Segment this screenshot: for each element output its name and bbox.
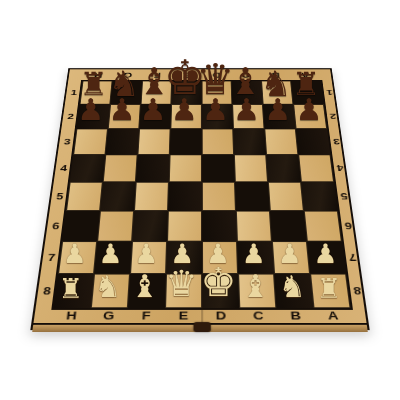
square-d1 [202,81,233,104]
square-g1 [110,81,142,104]
square-a8 [310,274,351,308]
square-b7 [272,241,310,273]
square-b6 [270,211,307,242]
square-e1 [171,81,202,104]
file-label-f: F [142,69,172,81]
square-e4 [169,155,202,182]
square-b2 [263,104,296,129]
square-e2 [170,104,201,129]
latch-clasp-icon [194,322,211,332]
square-c2 [232,104,264,129]
file-label-d: D [202,308,240,323]
file-label-f: F [127,308,165,323]
chess-set-photo: HGFEDCBA 12345678 12345678 HGFEDCBA ♜♞♝♚… [0,0,400,400]
square-e3 [170,129,202,155]
square-g8 [91,274,130,308]
square-b1 [261,81,293,104]
square-d8 [202,274,239,308]
square-g3 [105,129,139,155]
square-f4 [136,155,170,182]
square-f1 [141,81,172,104]
file-label-b: B [276,308,315,323]
square-h4 [70,155,106,182]
square-b5 [268,182,304,211]
file-label-g: G [112,69,142,81]
square-d2 [202,104,233,129]
file-label-h: H [52,308,91,323]
square-d3 [202,129,234,155]
square-d7 [202,241,238,273]
square-c3 [233,129,266,155]
file-label-e: E [165,308,203,323]
square-a6 [304,211,342,242]
square-d4 [202,155,235,182]
square-h8 [54,274,94,308]
square-b4 [266,155,301,182]
square-f6 [132,211,168,242]
square-d5 [202,182,236,211]
file-label-b: B [260,69,291,81]
file-label-e: E [172,69,202,81]
square-f8 [128,274,166,308]
square-a1 [291,81,324,104]
file-label-d: D [202,69,232,81]
file-label-c: C [239,308,277,323]
square-a5 [301,182,338,211]
square-c8 [238,274,276,308]
square-g7 [94,241,132,273]
square-h2 [77,104,111,129]
square-a7 [307,241,346,273]
chess-board: HGFEDCBA 12345678 12345678 HGFEDCBA [30,68,369,330]
square-e7 [166,241,202,273]
square-d6 [202,211,237,242]
file-label-g: G [89,308,128,323]
square-h6 [62,211,100,242]
square-g6 [97,211,134,242]
square-g5 [100,182,136,211]
square-a3 [296,129,331,155]
square-c6 [236,211,272,242]
file-label-h: H [83,69,114,81]
square-a2 [293,104,327,129]
square-c4 [234,155,268,182]
square-c1 [231,81,262,104]
square-h5 [66,182,103,211]
square-c5 [235,182,270,211]
square-f5 [134,182,169,211]
square-b8 [274,274,313,308]
file-label-a: A [290,69,321,81]
square-g2 [108,104,141,129]
square-c7 [237,241,274,273]
square-h7 [58,241,97,273]
square-f3 [138,129,171,155]
square-e6 [167,211,202,242]
square-b3 [264,129,298,155]
square-g4 [103,155,138,182]
square-h3 [73,129,108,155]
square-h1 [80,81,113,104]
square-e5 [168,182,202,211]
square-a4 [298,155,334,182]
file-label-c: C [231,69,261,81]
square-f2 [139,104,171,129]
square-e8 [165,274,202,308]
square-f7 [130,241,167,273]
file-label-a: A [313,308,352,323]
